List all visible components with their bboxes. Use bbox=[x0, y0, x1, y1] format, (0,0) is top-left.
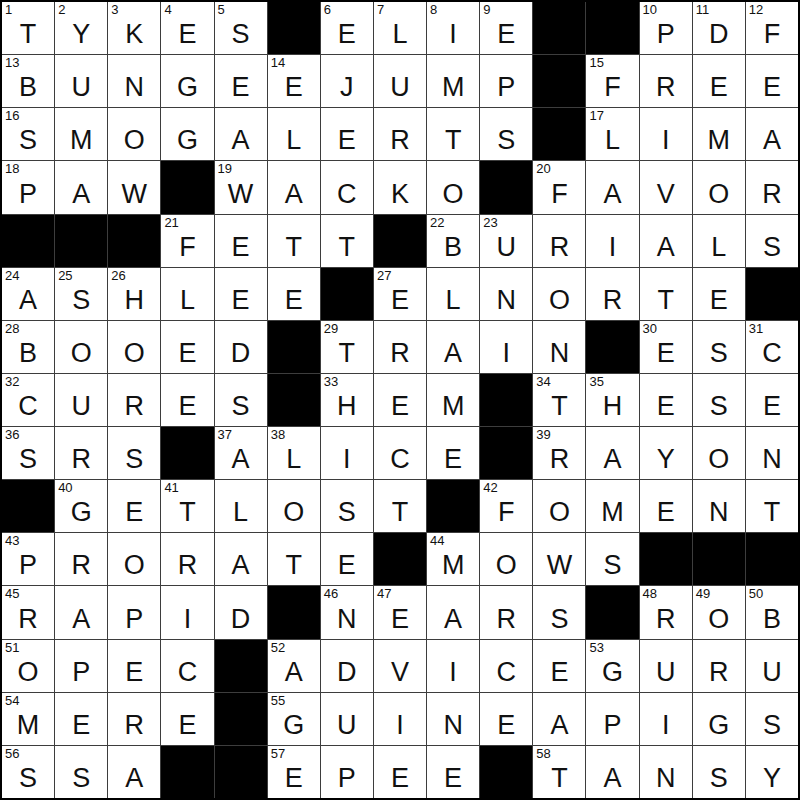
block-r11c8 bbox=[374, 533, 426, 585]
cell-r7c3[interactable]: O bbox=[108, 321, 160, 373]
cell-r7c10[interactable]: I bbox=[480, 321, 532, 373]
cell-r12c8[interactable]: 47E bbox=[374, 586, 426, 638]
block-r1c11 bbox=[533, 2, 585, 54]
cell-r8c8[interactable]: E bbox=[374, 374, 426, 426]
clue-number: 55 bbox=[271, 694, 285, 708]
cell-letter: O bbox=[2, 659, 54, 686]
cell-r12c5[interactable]: D bbox=[215, 586, 267, 638]
cell-r14c8[interactable]: I bbox=[374, 693, 426, 745]
cell-r6c14[interactable]: E bbox=[693, 268, 745, 320]
cell-letter: R bbox=[108, 393, 160, 420]
cell-r5c4[interactable]: 21F bbox=[161, 215, 213, 267]
cell-letter: E bbox=[161, 393, 213, 420]
cell-letter: T bbox=[427, 127, 479, 154]
cell-letter: B bbox=[2, 340, 54, 367]
cell-r7c2[interactable]: O bbox=[55, 321, 107, 373]
cell-letter: M bbox=[427, 552, 479, 579]
cell-r10c13[interactable]: E bbox=[640, 480, 692, 532]
cell-letter: O bbox=[268, 499, 320, 526]
cell-r15c12[interactable]: A bbox=[586, 746, 638, 798]
cell-r3c6[interactable]: L bbox=[268, 108, 320, 160]
cell-letter: P bbox=[640, 21, 692, 48]
clue-number: 31 bbox=[749, 322, 763, 336]
cell-r12c13[interactable]: 48R bbox=[640, 586, 692, 638]
clue-number: 30 bbox=[643, 322, 657, 336]
cell-letter: A bbox=[640, 234, 692, 261]
cell-r1c8[interactable]: 7L bbox=[374, 2, 426, 54]
cell-r1c15[interactable]: 12F bbox=[746, 2, 798, 54]
cell-r10c14[interactable]: N bbox=[693, 480, 745, 532]
cell-r8c3[interactable]: R bbox=[108, 374, 160, 426]
cell-r9c11[interactable]: 39R bbox=[533, 427, 585, 479]
cell-r11c4[interactable]: R bbox=[161, 533, 213, 585]
clue-number: 13 bbox=[5, 56, 19, 70]
cell-letter: A bbox=[2, 287, 54, 314]
cell-r15c1[interactable]: 56S bbox=[2, 746, 54, 798]
clue-number: 56 bbox=[5, 747, 19, 761]
cell-letter: S bbox=[480, 127, 532, 154]
cell-r8c15[interactable]: E bbox=[746, 374, 798, 426]
cell-r11c10[interactable]: O bbox=[480, 533, 532, 585]
cell-letter: K bbox=[374, 181, 426, 208]
cell-r1c10[interactable]: 9E bbox=[480, 2, 532, 54]
cell-r2c6[interactable]: 14E bbox=[268, 55, 320, 107]
cell-r12c11[interactable]: S bbox=[533, 586, 585, 638]
cell-letter: O bbox=[693, 181, 745, 208]
cell-letter: A bbox=[268, 181, 320, 208]
cell-letter: A bbox=[55, 606, 107, 633]
cell-r3c7[interactable]: E bbox=[321, 108, 373, 160]
cell-letter: C bbox=[161, 659, 213, 686]
cell-r13c8[interactable]: V bbox=[374, 640, 426, 692]
cell-letter: M bbox=[693, 127, 745, 154]
cell-letter: A bbox=[533, 712, 585, 739]
cell-r2c3[interactable]: N bbox=[108, 55, 160, 107]
cell-r2c4[interactable]: G bbox=[161, 55, 213, 107]
cell-r3c5[interactable]: A bbox=[215, 108, 267, 160]
cell-letter: S bbox=[2, 127, 54, 154]
cell-letter: V bbox=[374, 659, 426, 686]
cell-r13c13[interactable]: U bbox=[640, 640, 692, 692]
cell-letter: U bbox=[746, 659, 798, 686]
cell-r2c5[interactable]: E bbox=[215, 55, 267, 107]
cell-r5c9[interactable]: 22B bbox=[427, 215, 479, 267]
cell-r4c2[interactable]: A bbox=[55, 161, 107, 213]
cell-letter: E bbox=[55, 712, 107, 739]
cell-r14c6[interactable]: 55G bbox=[268, 693, 320, 745]
cell-r14c9[interactable]: N bbox=[427, 693, 479, 745]
cell-letter: T bbox=[746, 499, 798, 526]
cell-r2c13[interactable]: R bbox=[640, 55, 692, 107]
cell-r8c5[interactable]: S bbox=[215, 374, 267, 426]
cell-r11c7[interactable]: E bbox=[321, 533, 373, 585]
cell-r14c10[interactable]: E bbox=[480, 693, 532, 745]
cell-r13c10[interactable]: C bbox=[480, 640, 532, 692]
cell-r12c2[interactable]: A bbox=[55, 586, 107, 638]
cell-r1c9[interactable]: 8I bbox=[427, 2, 479, 54]
cell-letter: K bbox=[108, 21, 160, 48]
cell-r4c15[interactable]: R bbox=[746, 161, 798, 213]
cell-r3c9[interactable]: T bbox=[427, 108, 479, 160]
cell-r14c3[interactable]: R bbox=[108, 693, 160, 745]
cell-r2c14[interactable]: E bbox=[693, 55, 745, 107]
cell-r4c5[interactable]: 19W bbox=[215, 161, 267, 213]
cell-letter: O bbox=[108, 340, 160, 367]
cell-r7c7[interactable]: 29T bbox=[321, 321, 373, 373]
cell-letter: O bbox=[533, 287, 585, 314]
cell-r11c1[interactable]: 43P bbox=[2, 533, 54, 585]
cell-r4c11[interactable]: 20F bbox=[533, 161, 585, 213]
cell-r6c6[interactable]: E bbox=[268, 268, 320, 320]
clue-number: 14 bbox=[271, 56, 285, 70]
cell-r12c1[interactable]: 45R bbox=[2, 586, 54, 638]
cell-r13c11[interactable]: E bbox=[533, 640, 585, 692]
cell-r13c1[interactable]: 51O bbox=[2, 640, 54, 692]
cell-r3c3[interactable]: O bbox=[108, 108, 160, 160]
cell-letter: L bbox=[268, 127, 320, 154]
cell-r14c11[interactable]: A bbox=[533, 693, 585, 745]
cell-letter: O bbox=[480, 552, 532, 579]
cell-letter: L bbox=[693, 234, 745, 261]
cell-letter: E bbox=[161, 340, 213, 367]
cell-r4c7[interactable]: C bbox=[321, 161, 373, 213]
cell-r3c8[interactable]: R bbox=[374, 108, 426, 160]
cell-r3c15[interactable]: A bbox=[746, 108, 798, 160]
cell-r1c13[interactable]: 10P bbox=[640, 2, 692, 54]
clue-number: 36 bbox=[5, 428, 19, 442]
cell-r7c5[interactable]: D bbox=[215, 321, 267, 373]
cell-letter: E bbox=[374, 765, 426, 792]
cell-letter: E bbox=[321, 127, 373, 154]
cell-r6c13[interactable]: T bbox=[640, 268, 692, 320]
cell-r11c3[interactable]: O bbox=[108, 533, 160, 585]
cell-r6c9[interactable]: L bbox=[427, 268, 479, 320]
cell-letter: S bbox=[2, 765, 54, 792]
cell-r15c2[interactable]: S bbox=[55, 746, 107, 798]
cell-letter: L bbox=[161, 287, 213, 314]
cell-letter: G bbox=[161, 127, 213, 154]
cell-r4c6[interactable]: A bbox=[268, 161, 320, 213]
cell-letter: F bbox=[161, 234, 213, 261]
cell-letter: H bbox=[586, 393, 638, 420]
cell-r14c15[interactable]: S bbox=[746, 693, 798, 745]
cell-r2c15[interactable]: E bbox=[746, 55, 798, 107]
cell-r8c11[interactable]: 34T bbox=[533, 374, 585, 426]
cell-letter: N bbox=[533, 340, 585, 367]
cell-r4c13[interactable]: V bbox=[640, 161, 692, 213]
cell-letter: N bbox=[108, 74, 160, 101]
cell-r15c8[interactable]: E bbox=[374, 746, 426, 798]
cell-r5c13[interactable]: A bbox=[640, 215, 692, 267]
cell-r10c10[interactable]: 42F bbox=[480, 480, 532, 532]
cell-r7c8[interactable]: R bbox=[374, 321, 426, 373]
cell-r9c9[interactable]: E bbox=[427, 427, 479, 479]
cell-r6c1[interactable]: 24A bbox=[2, 268, 54, 320]
cell-r15c7[interactable]: P bbox=[321, 746, 373, 798]
block-r7c12 bbox=[586, 321, 638, 373]
clue-number: 54 bbox=[5, 694, 19, 708]
cell-r10c2[interactable]: 40G bbox=[55, 480, 107, 532]
cell-r15c6[interactable]: 57E bbox=[268, 746, 320, 798]
cell-r13c7[interactable]: D bbox=[321, 640, 373, 692]
cell-letter: V bbox=[640, 181, 692, 208]
cell-r7c13[interactable]: 30E bbox=[640, 321, 692, 373]
block-r7c6 bbox=[268, 321, 320, 373]
cell-letter: E bbox=[268, 287, 320, 314]
cell-letter: I bbox=[161, 606, 213, 633]
clue-number: 35 bbox=[589, 375, 603, 389]
cell-r5c11[interactable]: R bbox=[533, 215, 585, 267]
cell-letter: R bbox=[533, 446, 585, 473]
cell-r11c6[interactable]: T bbox=[268, 533, 320, 585]
clue-number: 18 bbox=[5, 162, 19, 176]
clue-number: 11 bbox=[696, 3, 710, 17]
block-r5c2 bbox=[55, 215, 107, 267]
cell-letter: C bbox=[746, 340, 798, 367]
cell-r2c9[interactable]: M bbox=[427, 55, 479, 107]
cell-r8c13[interactable]: E bbox=[640, 374, 692, 426]
cell-r13c14[interactable]: R bbox=[693, 640, 745, 692]
cell-r10c11[interactable]: O bbox=[533, 480, 585, 532]
clue-number: 24 bbox=[5, 269, 19, 283]
block-r4c10 bbox=[480, 161, 532, 213]
cell-r9c14[interactable]: O bbox=[693, 427, 745, 479]
cell-letter: S bbox=[693, 393, 745, 420]
cell-letter: R bbox=[108, 712, 160, 739]
cell-r14c4[interactable]: E bbox=[161, 693, 213, 745]
cell-r12c7[interactable]: 46N bbox=[321, 586, 373, 638]
block-r6c7 bbox=[321, 268, 373, 320]
cell-r8c1[interactable]: 32C bbox=[2, 374, 54, 426]
block-r5c1 bbox=[2, 215, 54, 267]
cell-r7c15[interactable]: 31C bbox=[746, 321, 798, 373]
cell-r5c14[interactable]: L bbox=[693, 215, 745, 267]
cell-r13c9[interactable]: I bbox=[427, 640, 479, 692]
cell-r12c9[interactable]: A bbox=[427, 586, 479, 638]
cell-letter: D bbox=[321, 659, 373, 686]
cell-r8c4[interactable]: E bbox=[161, 374, 213, 426]
cell-r8c2[interactable]: U bbox=[55, 374, 107, 426]
cell-r4c9[interactable]: O bbox=[427, 161, 479, 213]
clue-number: 46 bbox=[324, 587, 338, 601]
cell-r15c15[interactable]: Y bbox=[746, 746, 798, 798]
cell-r12c3[interactable]: P bbox=[108, 586, 160, 638]
cell-r4c3[interactable]: W bbox=[108, 161, 160, 213]
clue-number: 17 bbox=[589, 109, 603, 123]
cell-r3c13[interactable]: I bbox=[640, 108, 692, 160]
cell-r8c9[interactable]: M bbox=[427, 374, 479, 426]
cell-r15c11[interactable]: 58T bbox=[533, 746, 585, 798]
cell-r10c5[interactable]: L bbox=[215, 480, 267, 532]
cell-r4c14[interactable]: O bbox=[693, 161, 745, 213]
cell-letter: Y bbox=[746, 765, 798, 792]
cell-r14c1[interactable]: 54M bbox=[2, 693, 54, 745]
cell-r10c6[interactable]: O bbox=[268, 480, 320, 532]
cell-r8c14[interactable]: S bbox=[693, 374, 745, 426]
cell-letter: T bbox=[268, 552, 320, 579]
cell-r7c4[interactable]: E bbox=[161, 321, 213, 373]
cell-r11c12[interactable]: S bbox=[586, 533, 638, 585]
cell-r5c5[interactable]: E bbox=[215, 215, 267, 267]
cell-letter: L bbox=[374, 21, 426, 48]
cell-r1c2[interactable]: 2Y bbox=[55, 2, 107, 54]
cell-r13c6[interactable]: 52A bbox=[268, 640, 320, 692]
clue-number: 25 bbox=[58, 269, 72, 283]
block-r11c14 bbox=[693, 533, 745, 585]
cell-r13c15[interactable]: U bbox=[746, 640, 798, 692]
cell-letter: A bbox=[55, 181, 107, 208]
cell-letter: E bbox=[693, 74, 745, 101]
cell-r9c15[interactable]: N bbox=[746, 427, 798, 479]
cell-r2c8[interactable]: U bbox=[374, 55, 426, 107]
cell-r10c4[interactable]: 41T bbox=[161, 480, 213, 532]
cell-r2c12[interactable]: 15F bbox=[586, 55, 638, 107]
cell-r7c11[interactable]: N bbox=[533, 321, 585, 373]
cell-letter: A bbox=[746, 127, 798, 154]
cell-r9c12[interactable]: A bbox=[586, 427, 638, 479]
cell-r12c4[interactable]: I bbox=[161, 586, 213, 638]
cell-r10c7[interactable]: S bbox=[321, 480, 373, 532]
cell-letter: E bbox=[215, 287, 267, 314]
cell-r6c11[interactable]: O bbox=[533, 268, 585, 320]
clue-number: 28 bbox=[5, 322, 19, 336]
cell-letter: A bbox=[427, 340, 479, 367]
cell-letter: C bbox=[321, 181, 373, 208]
cell-letter: N bbox=[640, 765, 692, 792]
cell-r10c15[interactable]: T bbox=[746, 480, 798, 532]
cell-r1c14[interactable]: 11D bbox=[693, 2, 745, 54]
cell-r9c13[interactable]: Y bbox=[640, 427, 692, 479]
cell-r2c7[interactable]: J bbox=[321, 55, 373, 107]
cell-r1c3[interactable]: 3K bbox=[108, 2, 160, 54]
cell-r4c12[interactable]: A bbox=[586, 161, 638, 213]
cell-r14c12[interactable]: P bbox=[586, 693, 638, 745]
clue-number: 57 bbox=[271, 747, 285, 761]
cell-letter: R bbox=[640, 606, 692, 633]
cell-letter: E bbox=[374, 606, 426, 633]
cell-r13c12[interactable]: 53G bbox=[586, 640, 638, 692]
cell-letter: U bbox=[480, 234, 532, 261]
cell-letter: E bbox=[374, 393, 426, 420]
cell-r6c5[interactable]: E bbox=[215, 268, 267, 320]
cell-r5c10[interactable]: 23U bbox=[480, 215, 532, 267]
cell-r2c2[interactable]: U bbox=[55, 55, 107, 107]
cell-r1c4[interactable]: 4E bbox=[161, 2, 213, 54]
cell-r3c14[interactable]: M bbox=[693, 108, 745, 160]
cell-letter: W bbox=[215, 181, 267, 208]
cell-r5c6[interactable]: T bbox=[268, 215, 320, 267]
cell-r4c8[interactable]: K bbox=[374, 161, 426, 213]
cell-r9c3[interactable]: S bbox=[108, 427, 160, 479]
cell-r14c7[interactable]: U bbox=[321, 693, 373, 745]
block-r11c13 bbox=[640, 533, 692, 585]
cell-r9c7[interactable]: I bbox=[321, 427, 373, 479]
cell-r11c2[interactable]: R bbox=[55, 533, 107, 585]
cell-r9c6[interactable]: 38L bbox=[268, 427, 320, 479]
cell-r13c3[interactable]: E bbox=[108, 640, 160, 692]
cell-letter: E bbox=[533, 659, 585, 686]
cell-r11c5[interactable]: A bbox=[215, 533, 267, 585]
cell-r9c5[interactable]: 37A bbox=[215, 427, 267, 479]
cell-r2c10[interactable]: P bbox=[480, 55, 532, 107]
cell-r12c14[interactable]: 49O bbox=[693, 586, 745, 638]
cell-r3c1[interactable]: 16S bbox=[2, 108, 54, 160]
cell-r14c13[interactable]: I bbox=[640, 693, 692, 745]
cell-letter: A bbox=[586, 181, 638, 208]
clue-number: 21 bbox=[164, 216, 178, 230]
cell-letter: R bbox=[640, 74, 692, 101]
cell-r9c2[interactable]: R bbox=[55, 427, 107, 479]
block-r1c12 bbox=[586, 2, 638, 54]
cell-r7c14[interactable]: S bbox=[693, 321, 745, 373]
clue-number: 34 bbox=[536, 375, 550, 389]
cell-r7c1[interactable]: 28B bbox=[2, 321, 54, 373]
cell-r15c9[interactable]: E bbox=[427, 746, 479, 798]
cell-letter: S bbox=[586, 552, 638, 579]
cell-letter: A bbox=[586, 446, 638, 473]
clue-number: 53 bbox=[589, 641, 603, 655]
cell-r6c10[interactable]: N bbox=[480, 268, 532, 320]
cell-r11c11[interactable]: W bbox=[533, 533, 585, 585]
cell-r12c15[interactable]: 50B bbox=[746, 586, 798, 638]
clue-number: 19 bbox=[218, 162, 232, 176]
cell-r3c12[interactable]: 17L bbox=[586, 108, 638, 160]
cell-r11c9[interactable]: 44M bbox=[427, 533, 479, 585]
cell-r1c5[interactable]: 5S bbox=[215, 2, 267, 54]
cell-r7c9[interactable]: A bbox=[427, 321, 479, 373]
cell-r15c3[interactable]: A bbox=[108, 746, 160, 798]
cell-letter: O bbox=[693, 606, 745, 633]
cell-r6c8[interactable]: 27E bbox=[374, 268, 426, 320]
cell-r10c12[interactable]: M bbox=[586, 480, 638, 532]
cell-r2c1[interactable]: 13B bbox=[2, 55, 54, 107]
cell-letter: F bbox=[586, 74, 638, 101]
cell-r6c3[interactable]: 26H bbox=[108, 268, 160, 320]
cell-r3c4[interactable]: G bbox=[161, 108, 213, 160]
cell-r5c15[interactable]: S bbox=[746, 215, 798, 267]
cell-r15c14[interactable]: S bbox=[693, 746, 745, 798]
cell-r14c14[interactable]: G bbox=[693, 693, 745, 745]
cell-r15c13[interactable]: N bbox=[640, 746, 692, 798]
cell-r6c2[interactable]: 25S bbox=[55, 268, 107, 320]
cell-r3c10[interactable]: S bbox=[480, 108, 532, 160]
cell-r5c12[interactable]: I bbox=[586, 215, 638, 267]
cell-r13c2[interactable]: P bbox=[55, 640, 107, 692]
block-r12c6 bbox=[268, 586, 320, 638]
clue-number: 45 bbox=[5, 587, 19, 601]
cell-r8c7[interactable]: 33H bbox=[321, 374, 373, 426]
cell-letter: E bbox=[374, 287, 426, 314]
cell-r3c2[interactable]: M bbox=[55, 108, 107, 160]
cell-r6c4[interactable]: L bbox=[161, 268, 213, 320]
cell-r12c10[interactable]: R bbox=[480, 586, 532, 638]
cell-letter: T bbox=[533, 393, 585, 420]
cell-r10c3[interactable]: E bbox=[108, 480, 160, 532]
cell-r8c12[interactable]: 35H bbox=[586, 374, 638, 426]
cell-r1c1[interactable]: 1T bbox=[2, 2, 54, 54]
cell-letter: E bbox=[161, 712, 213, 739]
cell-r9c1[interactable]: 36S bbox=[2, 427, 54, 479]
cell-r5c7[interactable]: T bbox=[321, 215, 373, 267]
cell-r13c4[interactable]: C bbox=[161, 640, 213, 692]
cell-letter: G bbox=[268, 712, 320, 739]
cell-r10c8[interactable]: T bbox=[374, 480, 426, 532]
cell-r6c12[interactable]: R bbox=[586, 268, 638, 320]
cell-r14c2[interactable]: E bbox=[55, 693, 107, 745]
cell-r1c7[interactable]: 6E bbox=[321, 2, 373, 54]
cell-r9c8[interactable]: C bbox=[374, 427, 426, 479]
cell-r4c1[interactable]: 18P bbox=[2, 161, 54, 213]
